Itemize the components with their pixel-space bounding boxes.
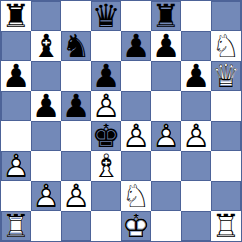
square-a8[interactable]: ♜ xyxy=(1,1,31,31)
square-e8[interactable] xyxy=(121,1,151,31)
square-f8[interactable]: ♜ xyxy=(151,1,181,31)
square-c2[interactable]: ♟♙ xyxy=(61,181,91,211)
piece-white-rook-a1[interactable]: ♜♖ xyxy=(1,211,31,241)
square-b5[interactable]: ♟ xyxy=(31,91,61,121)
white-pawn-outline-glyph: ♙ xyxy=(1,151,31,181)
square-h3[interactable] xyxy=(211,151,241,181)
white-rook-outline-glyph: ♖ xyxy=(1,211,31,241)
piece-black-pawn-f7[interactable]: ♟ xyxy=(151,31,181,61)
white-king-outline-glyph: ♔ xyxy=(121,211,151,241)
square-a1[interactable]: ♜♖ xyxy=(1,211,31,241)
piece-black-pawn-e7[interactable]: ♟ xyxy=(121,31,151,61)
square-g6[interactable]: ♟ xyxy=(181,61,211,91)
piece-black-pawn-c5[interactable]: ♟ xyxy=(61,91,91,121)
square-h6[interactable]: ♛♕ xyxy=(211,61,241,91)
square-g7[interactable] xyxy=(181,31,211,61)
square-b2[interactable]: ♟♙ xyxy=(31,181,61,211)
square-h2[interactable] xyxy=(211,181,241,211)
square-g5[interactable] xyxy=(181,91,211,121)
piece-white-bishop-d3[interactable]: ♝♗ xyxy=(91,151,121,181)
white-queen-outline-glyph: ♕ xyxy=(211,61,241,91)
white-rook-outline-glyph: ♖ xyxy=(211,211,241,241)
square-h5[interactable] xyxy=(211,91,241,121)
square-e6[interactable] xyxy=(121,61,151,91)
square-a4[interactable] xyxy=(1,121,31,151)
square-h8[interactable] xyxy=(211,1,241,31)
square-e3[interactable] xyxy=(121,151,151,181)
piece-black-pawn-a6[interactable]: ♟ xyxy=(1,61,31,91)
black-queen-glyph: ♛ xyxy=(91,1,121,31)
black-pawn-glyph: ♟ xyxy=(31,91,61,121)
square-g3[interactable] xyxy=(181,151,211,181)
square-a6[interactable]: ♟ xyxy=(1,61,31,91)
square-d5[interactable]: ♟♙ xyxy=(91,91,121,121)
square-e7[interactable]: ♟ xyxy=(121,31,151,61)
square-e1[interactable]: ♚♔ xyxy=(121,211,151,241)
square-b8[interactable] xyxy=(31,1,61,31)
piece-white-knight-h7[interactable]: ♞♘ xyxy=(211,31,241,61)
square-b7[interactable]: ♝ xyxy=(31,31,61,61)
white-pawn-outline-glyph: ♙ xyxy=(31,181,61,211)
piece-white-pawn-a3[interactable]: ♟♙ xyxy=(1,151,31,181)
piece-white-pawn-d5[interactable]: ♟♙ xyxy=(91,91,121,121)
square-f2[interactable] xyxy=(151,181,181,211)
piece-black-pawn-b5[interactable]: ♟ xyxy=(31,91,61,121)
black-bishop-glyph: ♝ xyxy=(31,31,61,61)
black-pawn-glyph: ♟ xyxy=(181,61,211,91)
square-g4[interactable]: ♟♙ xyxy=(181,121,211,151)
square-d7[interactable] xyxy=(91,31,121,61)
piece-white-knight-e2[interactable]: ♞♘ xyxy=(121,181,151,211)
black-king-glyph: ♚ xyxy=(91,121,121,151)
piece-black-rook-a8[interactable]: ♜ xyxy=(1,1,31,31)
square-h7[interactable]: ♞♘ xyxy=(211,31,241,61)
piece-black-pawn-g6[interactable]: ♟ xyxy=(181,61,211,91)
square-h1[interactable]: ♜♖ xyxy=(211,211,241,241)
white-pawn-outline-glyph: ♙ xyxy=(121,121,151,151)
piece-black-rook-f8[interactable]: ♜ xyxy=(151,1,181,31)
black-rook-glyph: ♜ xyxy=(151,1,181,31)
chess-board: ♜♛♜♝♞♟♟♞♘♟♟♟♛♕♟♟♟♙♚♟♙♟♙♟♙♟♙♝♗♟♙♟♙♞♘♜♖♚♔♜… xyxy=(0,0,242,242)
white-pawn-outline-glyph: ♙ xyxy=(61,181,91,211)
white-knight-outline-glyph: ♘ xyxy=(121,181,151,211)
square-f5[interactable] xyxy=(151,91,181,121)
piece-white-pawn-g4[interactable]: ♟♙ xyxy=(181,121,211,151)
piece-black-queen-d8[interactable]: ♛ xyxy=(91,1,121,31)
square-a5[interactable] xyxy=(1,91,31,121)
piece-white-pawn-b2[interactable]: ♟♙ xyxy=(31,181,61,211)
piece-black-pawn-d6[interactable]: ♟ xyxy=(91,61,121,91)
white-knight-outline-glyph: ♘ xyxy=(211,31,241,61)
square-f4[interactable]: ♟♙ xyxy=(151,121,181,151)
white-pawn-outline-glyph: ♙ xyxy=(91,91,121,121)
square-e2[interactable]: ♞♘ xyxy=(121,181,151,211)
square-d8[interactable]: ♛ xyxy=(91,1,121,31)
square-f3[interactable] xyxy=(151,151,181,181)
square-f7[interactable]: ♟ xyxy=(151,31,181,61)
square-d6[interactable]: ♟ xyxy=(91,61,121,91)
square-b6[interactable] xyxy=(31,61,61,91)
square-g8[interactable] xyxy=(181,1,211,31)
square-a2[interactable] xyxy=(1,181,31,211)
square-c1[interactable] xyxy=(61,211,91,241)
square-b3[interactable] xyxy=(31,151,61,181)
square-d4[interactable]: ♚ xyxy=(91,121,121,151)
piece-black-king-d4[interactable]: ♚ xyxy=(91,121,121,151)
piece-white-pawn-f4[interactable]: ♟♙ xyxy=(151,121,181,151)
square-c3[interactable] xyxy=(61,151,91,181)
square-e5[interactable] xyxy=(121,91,151,121)
piece-white-pawn-e4[interactable]: ♟♙ xyxy=(121,121,151,151)
square-c7[interactable]: ♞ xyxy=(61,31,91,61)
white-pawn-outline-glyph: ♙ xyxy=(151,121,181,151)
square-f6[interactable] xyxy=(151,61,181,91)
piece-black-knight-c7[interactable]: ♞ xyxy=(61,31,91,61)
black-pawn-glyph: ♟ xyxy=(1,61,31,91)
square-d2[interactable] xyxy=(91,181,121,211)
piece-white-king-e1[interactable]: ♚♔ xyxy=(121,211,151,241)
black-pawn-glyph: ♟ xyxy=(121,31,151,61)
black-pawn-glyph: ♟ xyxy=(91,61,121,91)
square-a3[interactable]: ♟♙ xyxy=(1,151,31,181)
square-g2[interactable] xyxy=(181,181,211,211)
black-pawn-glyph: ♟ xyxy=(151,31,181,61)
piece-white-pawn-c2[interactable]: ♟♙ xyxy=(61,181,91,211)
piece-black-bishop-b7[interactable]: ♝ xyxy=(31,31,61,61)
square-b4[interactable] xyxy=(31,121,61,151)
square-d3[interactable]: ♝♗ xyxy=(91,151,121,181)
square-a7[interactable] xyxy=(1,31,31,61)
square-b1[interactable] xyxy=(31,211,61,241)
square-h4[interactable] xyxy=(211,121,241,151)
square-c6[interactable] xyxy=(61,61,91,91)
piece-white-queen-h6[interactable]: ♛♕ xyxy=(211,61,241,91)
square-d1[interactable] xyxy=(91,211,121,241)
black-pawn-glyph: ♟ xyxy=(61,91,91,121)
white-bishop-outline-glyph: ♗ xyxy=(91,151,121,181)
square-g1[interactable] xyxy=(181,211,211,241)
square-c4[interactable] xyxy=(61,121,91,151)
piece-white-rook-h1[interactable]: ♜♖ xyxy=(211,211,241,241)
black-rook-glyph: ♜ xyxy=(1,1,31,31)
black-knight-glyph: ♞ xyxy=(61,31,91,61)
square-f1[interactable] xyxy=(151,211,181,241)
white-pawn-outline-glyph: ♙ xyxy=(181,121,211,151)
square-e4[interactable]: ♟♙ xyxy=(121,121,151,151)
square-c8[interactable] xyxy=(61,1,91,31)
square-c5[interactable]: ♟ xyxy=(61,91,91,121)
